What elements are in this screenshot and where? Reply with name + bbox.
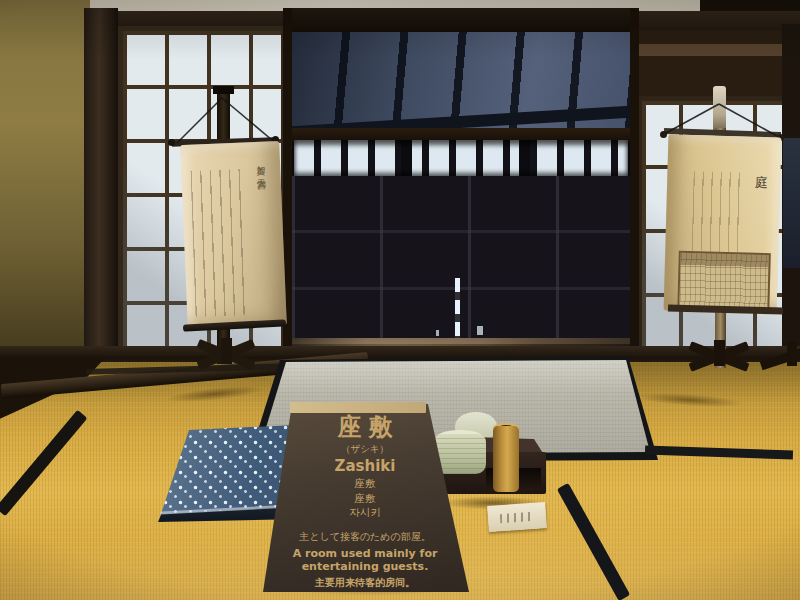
- right-wall-beam-highlight: [637, 44, 800, 56]
- left-stand-base: [221, 338, 232, 364]
- tray-cutout: [517, 468, 541, 490]
- sign-label-ko: 자시키: [349, 506, 381, 519]
- sign-label-zh-traditional: 座敷: [355, 492, 376, 505]
- left-scroll-text-columns: [190, 169, 251, 317]
- left-earthen-wall: [0, 0, 95, 348]
- far-right-stand-base: [787, 342, 797, 366]
- bamboo-ash-tube: [493, 426, 519, 492]
- right-stand-finial: [713, 86, 726, 134]
- sign-furigana: （ザシキ）: [341, 443, 389, 454]
- sign-top-lit-edge: [290, 402, 426, 413]
- opening-top-beam: [292, 8, 630, 34]
- door-light-gap: [455, 278, 460, 340]
- light-leak: [436, 330, 439, 336]
- transom-windows: [294, 140, 628, 178]
- sign-label-zh-simplified: 座敷: [355, 477, 376, 490]
- left-wood-pillar: [84, 8, 118, 364]
- sign-romaji: Zashiki: [335, 457, 396, 475]
- sign-desc-zh-simplified: 主要用来待客的房间。: [315, 577, 415, 589]
- right-scroll-print-illustration: [677, 251, 771, 313]
- right-scroll-rod-knob: [660, 131, 667, 138]
- sign-title-ja: 座敷: [330, 413, 400, 442]
- right-stand-base: [714, 340, 725, 366]
- light-leak: [477, 326, 483, 335]
- left-stand-cap: [213, 86, 234, 94]
- right-edge-panels: [783, 138, 800, 268]
- sign-desc-ja: 主として接客のための部屋。: [299, 531, 431, 543]
- label-card: [487, 502, 547, 532]
- room-opening: [283, 8, 639, 362]
- left-scroll-rod-knob: [168, 139, 175, 146]
- right-scroll-title: 庭: [752, 164, 771, 198]
- sign-desc-en: A room used mainly for entertaining gues…: [290, 547, 440, 573]
- storm-doors: [292, 176, 630, 342]
- label-card-faint-text: [500, 512, 535, 523]
- room-photo: 加賀と天満宮 庭 座敷 （ザシキ） Zashiki 座敷 座敷 자시키: [0, 0, 800, 600]
